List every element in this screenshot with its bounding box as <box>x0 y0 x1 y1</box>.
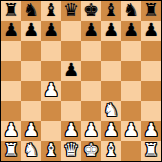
square-d3[interactable] <box>61 101 81 121</box>
square-b7[interactable]: ♟ <box>21 21 41 41</box>
square-h3[interactable] <box>141 101 161 121</box>
square-f5[interactable] <box>101 61 121 81</box>
white-pawn-piece: ♟ <box>83 121 99 140</box>
square-d7[interactable] <box>61 21 81 41</box>
square-b3[interactable] <box>21 101 41 121</box>
white-rook-piece: ♜ <box>143 141 159 160</box>
square-a8[interactable]: ♜ <box>1 1 21 21</box>
white-queen-piece: ♛ <box>63 141 79 160</box>
white-pawn-piece: ♟ <box>43 81 59 100</box>
square-d1[interactable]: ♛ <box>61 141 81 161</box>
black-pawn-piece: ♟ <box>63 61 79 80</box>
black-pawn-piece: ♟ <box>83 21 99 40</box>
white-pawn-piece: ♟ <box>3 121 19 140</box>
square-f1[interactable]: ♝ <box>101 141 121 161</box>
square-g3[interactable] <box>121 101 141 121</box>
square-f3[interactable]: ♞ <box>101 101 121 121</box>
square-f8[interactable]: ♝ <box>101 1 121 21</box>
square-e8[interactable]: ♚ <box>81 1 101 21</box>
square-g2[interactable]: ♟ <box>121 121 141 141</box>
black-pawn-piece: ♟ <box>123 21 139 40</box>
black-pawn-piece: ♟ <box>23 21 39 40</box>
square-d4[interactable] <box>61 81 81 101</box>
square-d5[interactable]: ♟ <box>61 61 81 81</box>
square-c5[interactable] <box>41 61 61 81</box>
square-c2[interactable] <box>41 121 61 141</box>
white-knight-piece: ♞ <box>103 101 119 120</box>
square-h7[interactable]: ♟ <box>141 21 161 41</box>
square-g7[interactable]: ♟ <box>121 21 141 41</box>
square-a7[interactable]: ♟ <box>1 21 21 41</box>
square-f7[interactable]: ♟ <box>101 21 121 41</box>
square-g6[interactable] <box>121 41 141 61</box>
white-pawn-piece: ♟ <box>23 121 39 140</box>
black-pawn-piece: ♟ <box>103 21 119 40</box>
white-bishop-piece: ♝ <box>43 141 59 160</box>
square-g1[interactable] <box>121 141 141 161</box>
square-a2[interactable]: ♟ <box>1 121 21 141</box>
white-pawn-piece: ♟ <box>103 121 119 140</box>
square-b5[interactable] <box>21 61 41 81</box>
black-rook-piece: ♜ <box>3 1 19 20</box>
square-e6[interactable] <box>81 41 101 61</box>
square-f4[interactable] <box>101 81 121 101</box>
square-b6[interactable] <box>21 41 41 61</box>
square-e7[interactable]: ♟ <box>81 21 101 41</box>
square-d2[interactable]: ♟ <box>61 121 81 141</box>
square-a1[interactable]: ♜ <box>1 141 21 161</box>
square-h6[interactable] <box>141 41 161 61</box>
black-pawn-piece: ♟ <box>43 21 59 40</box>
square-g5[interactable] <box>121 61 141 81</box>
square-e2[interactable]: ♟ <box>81 121 101 141</box>
square-a5[interactable] <box>1 61 21 81</box>
square-g4[interactable] <box>121 81 141 101</box>
square-c1[interactable]: ♝ <box>41 141 61 161</box>
square-a3[interactable] <box>1 101 21 121</box>
white-pawn-piece: ♟ <box>123 121 139 140</box>
square-h1[interactable]: ♜ <box>141 141 161 161</box>
chess-board-frame: ♜♞♝♛♚♝♞♜♟♟♟♟♟♟♟♟♟♞♟♟♟♟♟♟♟♜♞♝♛♚♝♜ <box>0 0 162 162</box>
square-b8[interactable]: ♞ <box>21 1 41 21</box>
square-f2[interactable]: ♟ <box>101 121 121 141</box>
square-e1[interactable]: ♚ <box>81 141 101 161</box>
black-bishop-piece: ♝ <box>43 1 59 20</box>
square-h2[interactable]: ♟ <box>141 121 161 141</box>
square-h5[interactable] <box>141 61 161 81</box>
square-h8[interactable]: ♜ <box>141 1 161 21</box>
square-e5[interactable] <box>81 61 101 81</box>
white-king-piece: ♚ <box>83 141 99 160</box>
white-knight-piece: ♞ <box>23 141 39 160</box>
square-c7[interactable]: ♟ <box>41 21 61 41</box>
square-e3[interactable] <box>81 101 101 121</box>
square-g8[interactable]: ♞ <box>121 1 141 21</box>
square-f6[interactable] <box>101 41 121 61</box>
square-c3[interactable] <box>41 101 61 121</box>
square-b1[interactable]: ♞ <box>21 141 41 161</box>
black-queen-piece: ♛ <box>63 1 79 20</box>
black-knight-piece: ♞ <box>23 1 39 20</box>
white-pawn-piece: ♟ <box>143 121 159 140</box>
black-rook-piece: ♜ <box>143 1 159 20</box>
square-c8[interactable]: ♝ <box>41 1 61 21</box>
white-rook-piece: ♜ <box>3 141 19 160</box>
square-d6[interactable] <box>61 41 81 61</box>
black-pawn-piece: ♟ <box>3 21 19 40</box>
square-b4[interactable] <box>21 81 41 101</box>
chess-board: ♜♞♝♛♚♝♞♜♟♟♟♟♟♟♟♟♟♞♟♟♟♟♟♟♟♜♞♝♛♚♝♜ <box>1 1 161 161</box>
black-king-piece: ♚ <box>83 1 99 20</box>
square-a6[interactable] <box>1 41 21 61</box>
square-c6[interactable] <box>41 41 61 61</box>
black-pawn-piece: ♟ <box>143 21 159 40</box>
black-bishop-piece: ♝ <box>103 1 119 20</box>
square-a4[interactable] <box>1 81 21 101</box>
black-knight-piece: ♞ <box>123 1 139 20</box>
square-b2[interactable]: ♟ <box>21 121 41 141</box>
square-d8[interactable]: ♛ <box>61 1 81 21</box>
square-h4[interactable] <box>141 81 161 101</box>
square-c4[interactable]: ♟ <box>41 81 61 101</box>
white-bishop-piece: ♝ <box>103 141 119 160</box>
white-pawn-piece: ♟ <box>63 121 79 140</box>
square-e4[interactable] <box>81 81 101 101</box>
